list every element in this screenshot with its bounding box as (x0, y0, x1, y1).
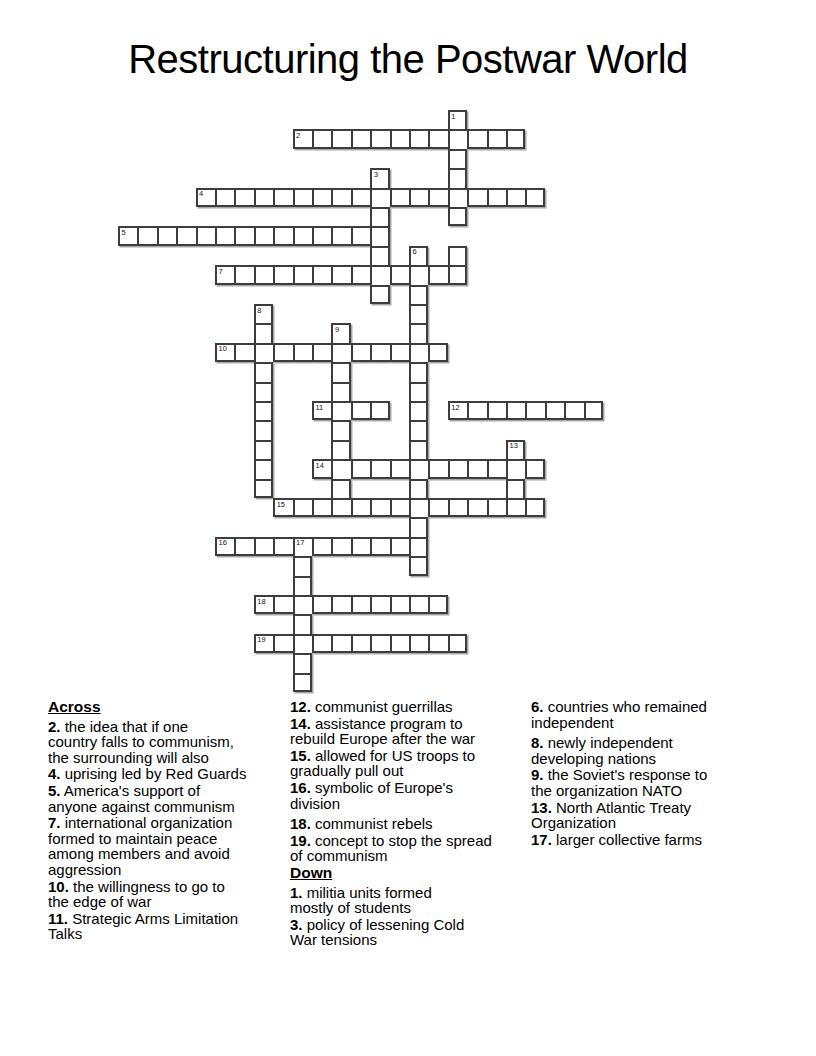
clue-down-13: 13. North Atlantic Treaty Organization (531, 800, 779, 831)
clue-across-4: 4. uprising led by Red Guards (48, 766, 288, 782)
grid-cell-r16c11[interactable] (331, 420, 350, 439)
clue-number: 9. (531, 766, 544, 783)
clue-across-7: 7. international organization formed to … (48, 815, 288, 877)
grid-cell-r23c15[interactable] (409, 556, 428, 575)
page-title: Restructuring the Postwar World (0, 36, 816, 82)
grid-cell-r9c15[interactable] (409, 285, 428, 304)
grid-cell-r27c17[interactable] (448, 634, 467, 653)
clue-across-11: 11. Strategic Arms Limitation Talks (48, 911, 288, 942)
grid-cell-r7c15[interactable]: 6 (409, 246, 428, 265)
grid-cell-r15c13[interactable] (370, 401, 389, 420)
grid-cell-r13c11[interactable] (331, 362, 350, 381)
grid-cell-r4c13[interactable] (370, 188, 389, 207)
grid-cell-r15c21[interactable] (525, 401, 544, 420)
grid-cell-r1c11[interactable] (331, 129, 350, 148)
clue-across-18: 18. communist rebels (290, 816, 530, 832)
cell-number-16: 16 (219, 539, 227, 547)
grid-cell-r1c17[interactable] (448, 129, 467, 148)
grid-cell-r6c4[interactable] (196, 226, 215, 245)
grid-cell-r6c8[interactable] (273, 226, 292, 245)
grid-cell-r28c9[interactable] (293, 653, 312, 672)
grid-cell-r8c12[interactable] (351, 265, 370, 284)
grid-cell-r15c22[interactable] (545, 401, 564, 420)
grid-cell-r8c10[interactable] (312, 265, 331, 284)
clue-across-5: 5. America's support of anyone against c… (48, 783, 288, 814)
grid-cell-r4c7[interactable] (254, 188, 273, 207)
cell-number-6: 6 (413, 248, 417, 256)
grid-cell-r16c15[interactable] (409, 420, 428, 439)
clue-number: 13. (531, 799, 552, 816)
grid-cell-r27c9[interactable] (293, 634, 312, 653)
grid-cell-r20c18[interactable] (467, 498, 486, 517)
grid-cell-r22c13[interactable] (370, 537, 389, 556)
grid-cell-r15c24[interactable] (584, 401, 603, 420)
grid-cell-r25c15[interactable] (409, 595, 428, 614)
grid-cell-r15c23[interactable] (564, 401, 583, 420)
grid-cell-r1c18[interactable] (467, 129, 486, 148)
grid-cell-r20c17[interactable] (448, 498, 467, 517)
grid-cell-r4c5[interactable] (215, 188, 234, 207)
grid-cell-r15c10[interactable]: 11 (312, 401, 331, 420)
clue-down-6: 6. countries who remained independent (531, 699, 779, 730)
clue-number: 16. (290, 779, 311, 796)
clue-across-10: 10. the willingness to go to the edge of… (48, 879, 288, 910)
grid-cell-r25c8[interactable] (273, 595, 292, 614)
grid-cell-r18c16[interactable] (428, 459, 447, 478)
clue-number: 8. (531, 734, 544, 751)
grid-cell-r7c13[interactable] (370, 246, 389, 265)
grid-cell-r4c14[interactable] (390, 188, 409, 207)
grid-cell-r8c7[interactable] (254, 265, 273, 284)
grid-cell-r18c18[interactable] (467, 459, 486, 478)
grid-cell-r6c0[interactable]: 5 (118, 226, 137, 245)
grid-cell-r8c17[interactable] (448, 265, 467, 284)
grid-cell-r1c15[interactable] (409, 129, 428, 148)
grid-cell-r13c15[interactable] (409, 362, 428, 381)
grid-cell-r6c2[interactable] (157, 226, 176, 245)
grid-cell-r1c10[interactable] (312, 129, 331, 148)
grid-cell-r18c15[interactable] (409, 459, 428, 478)
grid-cell-r17c11[interactable] (331, 440, 350, 459)
across-heading: Across (48, 699, 288, 715)
cell-number-2: 2 (296, 132, 300, 140)
grid-cell-r18c21[interactable] (525, 459, 544, 478)
cell-number-4: 4 (199, 190, 203, 198)
grid-cell-r27c8[interactable] (273, 634, 292, 653)
grid-cell-r22c6[interactable] (234, 537, 253, 556)
grid-cell-r1c13[interactable] (370, 129, 389, 148)
grid-cell-r17c7[interactable] (254, 440, 273, 459)
clue-number: 6. (531, 698, 544, 715)
clue-column-1: Across2. the idea that if one country fa… (48, 699, 288, 943)
cell-number-8: 8 (257, 307, 261, 315)
clue-number: 11. (48, 910, 68, 927)
clue-number: 2. (48, 718, 61, 735)
grid-cell-r6c7[interactable] (254, 226, 273, 245)
grid-cell-r18c19[interactable] (487, 459, 506, 478)
down-heading: Down (290, 865, 530, 881)
grid-cell-r11c7[interactable] (254, 323, 273, 342)
grid-cell-r25c16[interactable] (428, 595, 447, 614)
grid-cell-r3c17[interactable] (448, 168, 467, 187)
grid-cell-r19c11[interactable] (331, 479, 350, 498)
grid-cell-r20c10[interactable] (312, 498, 331, 517)
grid-cell-r4c10[interactable] (312, 188, 331, 207)
grid-cell-r17c20[interactable]: 13 (506, 440, 525, 459)
grid-cell-r18c11[interactable] (331, 459, 350, 478)
grid-cell-r25c12[interactable] (351, 595, 370, 614)
grid-cell-r15c17[interactable]: 12 (448, 401, 467, 420)
grid-cell-r4c6[interactable] (234, 188, 253, 207)
grid-cell-r4c8[interactable] (273, 188, 292, 207)
cell-number-11: 11 (316, 404, 324, 412)
grid-cell-r4c17[interactable] (448, 188, 467, 207)
grid-cell-r20c20[interactable] (506, 498, 525, 517)
clue-number: 14. (290, 715, 311, 732)
cell-number-18: 18 (257, 598, 265, 606)
grid-cell-r19c7[interactable] (254, 479, 273, 498)
grid-cell-r29c9[interactable] (293, 673, 312, 692)
clue-column-2: 12. communist guerrillas14. assistance p… (290, 699, 530, 949)
grid-cell-r6c12[interactable] (351, 226, 370, 245)
grid-cell-r12c16[interactable] (428, 343, 447, 362)
grid-cell-r20c15[interactable] (409, 498, 428, 517)
grid-cell-r8c6[interactable] (234, 265, 253, 284)
clue-number: 17. (531, 831, 552, 848)
grid-cell-r25c7[interactable]: 18 (254, 595, 273, 614)
grid-cell-r22c12[interactable] (351, 537, 370, 556)
grid-cell-r8c9[interactable] (293, 265, 312, 284)
grid-cell-r25c10[interactable] (312, 595, 331, 614)
grid-cell-r25c13[interactable] (370, 595, 389, 614)
grid-cell-r18c20[interactable] (506, 459, 525, 478)
grid-cell-r11c15[interactable] (409, 323, 428, 342)
grid-cell-r4c15[interactable] (409, 188, 428, 207)
grid-cell-r7c17[interactable] (448, 246, 467, 265)
grid-cell-r19c20[interactable] (506, 479, 525, 498)
grid-cell-r8c13[interactable] (370, 265, 389, 284)
grid-cell-r22c15[interactable] (409, 537, 428, 556)
grid-cell-r23c9[interactable] (293, 556, 312, 575)
grid-cell-r12c6[interactable] (234, 343, 253, 362)
grid-cell-r4c12[interactable] (351, 188, 370, 207)
cell-number-15: 15 (277, 501, 285, 509)
grid-cell-r6c5[interactable] (215, 226, 234, 245)
grid-cell-r8c11[interactable] (331, 265, 350, 284)
grid-cell-r8c14[interactable] (390, 265, 409, 284)
grid-cell-r6c9[interactable] (293, 226, 312, 245)
cell-number-13: 13 (510, 442, 518, 450)
grid-cell-r27c15[interactable] (409, 634, 428, 653)
grid-cell-r22c5[interactable]: 16 (215, 537, 234, 556)
clue-number: 7. (48, 814, 61, 831)
grid-cell-r1c12[interactable] (351, 129, 370, 148)
grid-cell-r6c1[interactable] (137, 226, 156, 245)
grid-cell-r4c9[interactable] (293, 188, 312, 207)
grid-cell-r4c21[interactable] (525, 188, 544, 207)
grid-cell-r18c12[interactable] (351, 459, 370, 478)
grid-cell-r21c15[interactable] (409, 517, 428, 536)
grid-cell-r27c11[interactable] (331, 634, 350, 653)
grid-cell-r5c17[interactable] (448, 207, 467, 226)
grid-cell-r20c9[interactable] (293, 498, 312, 517)
clue-down-1: 1. militia units formed mostly of studen… (290, 885, 530, 916)
grid-cell-r20c12[interactable] (351, 498, 370, 517)
grid-cell-r11c11[interactable]: 9 (331, 323, 350, 342)
grid-cell-r8c16[interactable] (428, 265, 447, 284)
grid-cell-r26c9[interactable] (293, 614, 312, 633)
grid-cell-r18c13[interactable] (370, 459, 389, 478)
grid-cell-r4c19[interactable] (487, 188, 506, 207)
grid-cell-r6c13[interactable] (370, 226, 389, 245)
grid-cell-r1c9[interactable]: 2 (293, 129, 312, 148)
cell-number-10: 10 (219, 345, 227, 353)
clue-number: 4. (48, 765, 61, 782)
clue-down-3: 3. policy of lessening Cold War tensions (290, 917, 530, 948)
grid-cell-r15c19[interactable] (487, 401, 506, 420)
grid-cell-r18c14[interactable] (390, 459, 409, 478)
grid-cell-r4c16[interactable] (428, 188, 447, 207)
grid-cell-r20c21[interactable] (525, 498, 544, 517)
grid-cell-r15c20[interactable] (506, 401, 525, 420)
cell-number-7: 7 (219, 268, 223, 276)
grid-cell-r16c7[interactable] (254, 420, 273, 439)
grid-cell-r15c18[interactable] (467, 401, 486, 420)
grid-cell-r1c14[interactable] (390, 129, 409, 148)
grid-cell-r22c10[interactable] (312, 537, 331, 556)
clue-number: 18. (290, 815, 311, 832)
grid-cell-r20c13[interactable] (370, 498, 389, 517)
grid-cell-r22c11[interactable] (331, 537, 350, 556)
grid-cell-r27c16[interactable] (428, 634, 447, 653)
cell-number-9: 9 (335, 326, 339, 334)
clue-across-15: 15. allowed for US troops to gradually p… (290, 748, 530, 779)
grid-cell-r27c13[interactable] (370, 634, 389, 653)
grid-cell-r6c11[interactable] (331, 226, 350, 245)
grid-cell-r14c7[interactable] (254, 382, 273, 401)
cell-number-19: 19 (257, 636, 265, 644)
grid-cell-r13c7[interactable] (254, 362, 273, 381)
clue-across-14: 14. assistance program to rebuild Europe… (290, 716, 530, 747)
grid-cell-r4c20[interactable] (506, 188, 525, 207)
grid-cell-r22c7[interactable] (254, 537, 273, 556)
clue-across-12: 12. communist guerrillas (290, 699, 530, 715)
grid-cell-r27c10[interactable] (312, 634, 331, 653)
grid-cell-r12c15[interactable] (409, 343, 428, 362)
grid-cell-r5c13[interactable] (370, 207, 389, 226)
grid-cell-r1c16[interactable] (428, 129, 447, 148)
grid-cell-r15c15[interactable] (409, 401, 428, 420)
grid-cell-r1c19[interactable] (487, 129, 506, 148)
grid-cell-r25c14[interactable] (390, 595, 409, 614)
grid-cell-r4c4[interactable]: 4 (196, 188, 215, 207)
grid-cell-r27c7[interactable]: 19 (254, 634, 273, 653)
grid-cell-r20c11[interactable] (331, 498, 350, 517)
cell-number-3: 3 (374, 171, 378, 179)
grid-cell-r18c7[interactable] (254, 459, 273, 478)
grid-cell-r12c13[interactable] (370, 343, 389, 362)
grid-cell-r9c13[interactable] (370, 285, 389, 304)
grid-cell-r12c7[interactable] (254, 343, 273, 362)
clue-number: 3. (290, 916, 303, 933)
cell-number-1: 1 (451, 113, 455, 121)
grid-cell-r6c6[interactable] (234, 226, 253, 245)
grid-cell-r19c15[interactable] (409, 479, 428, 498)
clue-down-8: 8. newly independent developing nations (531, 735, 779, 766)
grid-cell-r20c16[interactable] (428, 498, 447, 517)
clue-column-3: 6. countries who remained independent8. … (531, 699, 779, 848)
grid-cell-r12c14[interactable] (390, 343, 409, 362)
cell-number-14: 14 (316, 462, 324, 470)
clue-number: 12. (290, 698, 311, 715)
grid-cell-r22c14[interactable] (390, 537, 409, 556)
crossword-grid: 12345678910111213141516171819 (118, 110, 604, 693)
clue-number: 10. (48, 878, 69, 895)
grid-cell-r15c11[interactable] (331, 401, 350, 420)
grid-cell-r10c15[interactable] (409, 304, 428, 323)
clue-number: 5. (48, 782, 61, 799)
grid-cell-r8c5[interactable]: 7 (215, 265, 234, 284)
grid-cell-r14c11[interactable] (331, 382, 350, 401)
grid-cell-r22c9[interactable]: 17 (293, 537, 312, 556)
grid-cell-r25c9[interactable] (293, 595, 312, 614)
cell-number-12: 12 (451, 404, 459, 412)
grid-cell-r27c12[interactable] (351, 634, 370, 653)
cell-number-17: 17 (296, 539, 304, 547)
grid-cell-r2c17[interactable] (448, 149, 467, 168)
grid-cell-r27c14[interactable] (390, 634, 409, 653)
grid-cell-r6c10[interactable] (312, 226, 331, 245)
grid-cell-r24c9[interactable] (293, 576, 312, 595)
clue-across-19: 19. concept to stop the spread of commun… (290, 833, 530, 864)
grid-cell-r18c10[interactable]: 14 (312, 459, 331, 478)
grid-cell-r12c10[interactable] (312, 343, 331, 362)
clue-down-17: 17. larger collective farms (531, 832, 779, 848)
clue-across-2: 2. the idea that if one country falls to… (48, 719, 288, 766)
clue-number: 1. (290, 884, 303, 901)
grid-cell-r12c5[interactable]: 10 (215, 343, 234, 362)
grid-cell-r20c14[interactable] (390, 498, 409, 517)
clue-number: 19. (290, 832, 311, 849)
clue-number: 15. (290, 747, 311, 764)
grid-cell-r4c18[interactable] (467, 188, 486, 207)
grid-cell-r20c8[interactable]: 15 (273, 498, 292, 517)
grid-cell-r3c13[interactable]: 3 (370, 168, 389, 187)
clue-across-16: 16. symbolic of Europe's division (290, 780, 530, 811)
grid-cell-r25c11[interactable] (331, 595, 350, 614)
clue-down-9: 9. the Soviet's response to the organiza… (531, 767, 779, 798)
grid-cell-r20c19[interactable] (487, 498, 506, 517)
grid-cell-r8c8[interactable] (273, 265, 292, 284)
grid-cell-r17c15[interactable] (409, 440, 428, 459)
grid-cell-r4c11[interactable] (331, 188, 350, 207)
grid-cell-r18c17[interactable] (448, 459, 467, 478)
grid-cell-r14c15[interactable] (409, 382, 428, 401)
grid-cell-r12c11[interactable] (331, 343, 350, 362)
grid-cell-r15c12[interactable] (351, 401, 370, 420)
grid-cell-r12c9[interactable] (293, 343, 312, 362)
grid-cell-r8c15[interactable] (409, 265, 428, 284)
grid-cell-r6c3[interactable] (176, 226, 195, 245)
grid-cell-r10c7[interactable]: 8 (254, 304, 273, 323)
grid-cell-r22c8[interactable] (273, 537, 292, 556)
grid-cell-r12c12[interactable] (351, 343, 370, 362)
grid-cell-r0c17[interactable]: 1 (448, 110, 467, 129)
grid-cell-r12c8[interactable] (273, 343, 292, 362)
grid-cell-r15c7[interactable] (254, 401, 273, 420)
grid-cell-r1c20[interactable] (506, 129, 525, 148)
cell-number-5: 5 (122, 229, 126, 237)
